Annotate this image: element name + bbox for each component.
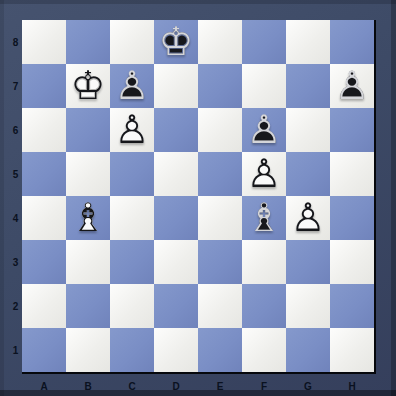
rank-label-7: 7 bbox=[0, 64, 22, 108]
square-f1[interactable] bbox=[242, 328, 286, 372]
white-pawn-glyph: ♟ bbox=[286, 195, 330, 239]
black-pawn-glyph: ♟ bbox=[330, 63, 374, 107]
square-c8[interactable] bbox=[110, 20, 154, 64]
square-g5[interactable] bbox=[286, 152, 330, 196]
square-f3[interactable] bbox=[242, 240, 286, 284]
square-g2[interactable] bbox=[286, 284, 330, 328]
square-b8[interactable] bbox=[66, 20, 110, 64]
square-d6[interactable] bbox=[154, 108, 198, 152]
square-c1[interactable] bbox=[110, 328, 154, 372]
black-pawn-glyph: ♟ bbox=[110, 63, 154, 107]
file-label-d: D bbox=[154, 376, 198, 396]
square-a7[interactable] bbox=[22, 64, 66, 108]
square-h8[interactable] bbox=[330, 20, 374, 64]
rank-labels: 87654321 bbox=[0, 20, 22, 372]
square-a5[interactable] bbox=[22, 152, 66, 196]
square-h1[interactable] bbox=[330, 328, 374, 372]
square-b2[interactable] bbox=[66, 284, 110, 328]
square-e3[interactable] bbox=[198, 240, 242, 284]
square-b3[interactable] bbox=[66, 240, 110, 284]
file-labels: ABCDEFGH bbox=[22, 376, 374, 396]
square-b4[interactable]: ♝♗ bbox=[66, 196, 110, 240]
square-g3[interactable] bbox=[286, 240, 330, 284]
square-e5[interactable] bbox=[198, 152, 242, 196]
file-label-f: F bbox=[242, 376, 286, 396]
rank-label-6: 6 bbox=[0, 108, 22, 152]
square-b6[interactable] bbox=[66, 108, 110, 152]
file-label-a: A bbox=[22, 376, 66, 396]
file-label-c: C bbox=[110, 376, 154, 396]
square-e1[interactable] bbox=[198, 328, 242, 372]
square-g8[interactable] bbox=[286, 20, 330, 64]
square-e8[interactable] bbox=[198, 20, 242, 64]
file-label-g: G bbox=[286, 376, 330, 396]
square-c4[interactable] bbox=[110, 196, 154, 240]
square-a8[interactable] bbox=[22, 20, 66, 64]
white-pawn-outline: ♙ bbox=[110, 107, 154, 151]
square-f5[interactable]: ♟♙ bbox=[242, 152, 286, 196]
square-g7[interactable] bbox=[286, 64, 330, 108]
square-d5[interactable] bbox=[154, 152, 198, 196]
square-g1[interactable] bbox=[286, 328, 330, 372]
white-pawn[interactable]: ♟♙ bbox=[110, 108, 154, 152]
white-pawn-outline: ♙ bbox=[286, 195, 330, 239]
white-king-glyph: ♚ bbox=[66, 63, 110, 107]
square-f4[interactable]: ♝♗ bbox=[242, 196, 286, 240]
square-f2[interactable] bbox=[242, 284, 286, 328]
black-pawn[interactable]: ♟♙ bbox=[330, 64, 374, 108]
rank-label-5: 5 bbox=[0, 152, 22, 196]
square-d2[interactable] bbox=[154, 284, 198, 328]
square-c7[interactable]: ♟♙ bbox=[110, 64, 154, 108]
rank-label-8: 8 bbox=[0, 20, 22, 64]
black-pawn-glyph: ♟ bbox=[242, 107, 286, 151]
white-bishop[interactable]: ♝♗ bbox=[66, 196, 110, 240]
file-label-b: B bbox=[66, 376, 110, 396]
white-bishop-glyph: ♝ bbox=[66, 195, 110, 239]
black-pawn[interactable]: ♟♙ bbox=[110, 64, 154, 108]
square-d1[interactable] bbox=[154, 328, 198, 372]
black-bishop-outline: ♗ bbox=[242, 195, 286, 239]
square-f7[interactable] bbox=[242, 64, 286, 108]
square-a6[interactable] bbox=[22, 108, 66, 152]
square-d3[interactable] bbox=[154, 240, 198, 284]
square-h3[interactable] bbox=[330, 240, 374, 284]
white-pawn[interactable]: ♟♙ bbox=[242, 152, 286, 196]
square-f8[interactable] bbox=[242, 20, 286, 64]
black-bishop[interactable]: ♝♗ bbox=[242, 196, 286, 240]
square-e7[interactable] bbox=[198, 64, 242, 108]
square-c2[interactable] bbox=[110, 284, 154, 328]
square-d4[interactable] bbox=[154, 196, 198, 240]
black-bishop-glyph: ♝ bbox=[242, 195, 286, 239]
chess-board: ♚♔♚♔♟♙♟♙♟♙♟♙♟♙♝♗♝♗♟♙ bbox=[22, 20, 376, 374]
square-a2[interactable] bbox=[22, 284, 66, 328]
file-label-e: E bbox=[198, 376, 242, 396]
square-c6[interactable]: ♟♙ bbox=[110, 108, 154, 152]
square-g4[interactable]: ♟♙ bbox=[286, 196, 330, 240]
black-king[interactable]: ♚♔ bbox=[154, 20, 198, 64]
square-h4[interactable] bbox=[330, 196, 374, 240]
square-a1[interactable] bbox=[22, 328, 66, 372]
board-frame: 87654321 ABCDEFGH ♚♔♚♔♟♙♟♙♟♙♟♙♟♙♝♗♝♗♟♙ bbox=[0, 0, 396, 396]
square-e6[interactable] bbox=[198, 108, 242, 152]
white-pawn[interactable]: ♟♙ bbox=[286, 196, 330, 240]
black-pawn-outline: ♙ bbox=[330, 63, 374, 107]
square-d8[interactable]: ♚♔ bbox=[154, 20, 198, 64]
white-king[interactable]: ♚♔ bbox=[66, 64, 110, 108]
square-e4[interactable] bbox=[198, 196, 242, 240]
square-h6[interactable] bbox=[330, 108, 374, 152]
rank-label-2: 2 bbox=[0, 284, 22, 328]
square-a4[interactable] bbox=[22, 196, 66, 240]
square-b5[interactable] bbox=[66, 152, 110, 196]
rank-label-1: 1 bbox=[0, 328, 22, 372]
white-pawn-outline: ♙ bbox=[242, 151, 286, 195]
square-a3[interactable] bbox=[22, 240, 66, 284]
black-pawn[interactable]: ♟♙ bbox=[242, 108, 286, 152]
black-king-outline: ♔ bbox=[154, 19, 198, 63]
square-b7[interactable]: ♚♔ bbox=[66, 64, 110, 108]
square-f6[interactable]: ♟♙ bbox=[242, 108, 286, 152]
square-b1[interactable] bbox=[66, 328, 110, 372]
white-king-outline: ♔ bbox=[66, 63, 110, 107]
white-pawn-glyph: ♟ bbox=[110, 107, 154, 151]
black-pawn-outline: ♙ bbox=[242, 107, 286, 151]
rank-label-3: 3 bbox=[0, 240, 22, 284]
square-h2[interactable] bbox=[330, 284, 374, 328]
square-d7[interactable] bbox=[154, 64, 198, 108]
square-h7[interactable]: ♟♙ bbox=[330, 64, 374, 108]
square-g6[interactable] bbox=[286, 108, 330, 152]
black-pawn-outline: ♙ bbox=[110, 63, 154, 107]
square-c3[interactable] bbox=[110, 240, 154, 284]
black-king-glyph: ♚ bbox=[154, 19, 198, 63]
white-bishop-outline: ♗ bbox=[66, 195, 110, 239]
white-pawn-glyph: ♟ bbox=[242, 151, 286, 195]
rank-label-4: 4 bbox=[0, 196, 22, 240]
square-h5[interactable] bbox=[330, 152, 374, 196]
square-c5[interactable] bbox=[110, 152, 154, 196]
square-e2[interactable] bbox=[198, 284, 242, 328]
file-label-h: H bbox=[330, 376, 374, 396]
